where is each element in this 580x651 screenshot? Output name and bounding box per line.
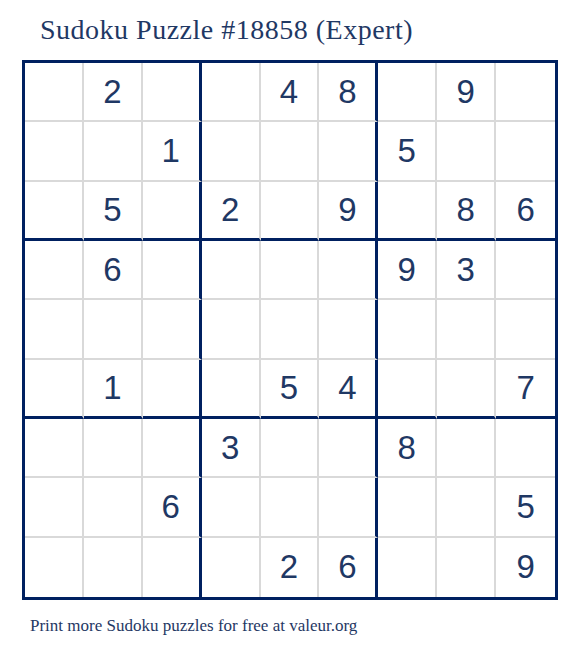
- cell-r2c8[interactable]: [437, 122, 496, 181]
- cell-r4c5[interactable]: [261, 241, 320, 300]
- cell-r4c9[interactable]: [496, 241, 555, 300]
- cell-r5c6[interactable]: [319, 300, 378, 359]
- cell-r6c9[interactable]: 7: [496, 360, 555, 419]
- cell-r5c3[interactable]: [143, 300, 202, 359]
- cell-r4c8[interactable]: 3: [437, 241, 496, 300]
- cell-r7c6[interactable]: [319, 419, 378, 478]
- cell-r5c9[interactable]: [496, 300, 555, 359]
- cell-r6c5[interactable]: 5: [261, 360, 320, 419]
- cell-r1c8[interactable]: 9: [437, 63, 496, 122]
- cell-r6c3[interactable]: [143, 360, 202, 419]
- cell-r7c5[interactable]: [261, 419, 320, 478]
- cell-r7c3[interactable]: [143, 419, 202, 478]
- cell-r8c8[interactable]: [437, 478, 496, 537]
- cell-r3c8[interactable]: 8: [437, 182, 496, 241]
- cell-r1c6[interactable]: 8: [319, 63, 378, 122]
- cell-r2c6[interactable]: [319, 122, 378, 181]
- cell-r5c7[interactable]: [378, 300, 437, 359]
- cell-r8c1[interactable]: [25, 478, 84, 537]
- cell-r3c1[interactable]: [25, 182, 84, 241]
- cell-r6c6[interactable]: 4: [319, 360, 378, 419]
- cell-r6c2[interactable]: 1: [84, 360, 143, 419]
- cell-r2c9[interactable]: [496, 122, 555, 181]
- cell-r1c1[interactable]: [25, 63, 84, 122]
- cell-r7c9[interactable]: [496, 419, 555, 478]
- cell-r9c8[interactable]: [437, 538, 496, 597]
- cell-r6c1[interactable]: [25, 360, 84, 419]
- footer-text: Print more Sudoku puzzles for free at va…: [0, 600, 580, 636]
- cell-r2c7[interactable]: 5: [378, 122, 437, 181]
- cell-r3c2[interactable]: 5: [84, 182, 143, 241]
- cell-r4c6[interactable]: [319, 241, 378, 300]
- cell-r2c5[interactable]: [261, 122, 320, 181]
- cell-r2c3[interactable]: 1: [143, 122, 202, 181]
- cell-r3c7[interactable]: [378, 182, 437, 241]
- cell-r1c5[interactable]: 4: [261, 63, 320, 122]
- cell-r8c3[interactable]: 6: [143, 478, 202, 537]
- cell-r9c3[interactable]: [143, 538, 202, 597]
- cell-r1c7[interactable]: [378, 63, 437, 122]
- cell-r8c2[interactable]: [84, 478, 143, 537]
- page-title: Sudoku Puzzle #18858 (Expert): [0, 0, 580, 46]
- cell-r9c1[interactable]: [25, 538, 84, 597]
- cell-r4c2[interactable]: 6: [84, 241, 143, 300]
- cell-r5c4[interactable]: [202, 300, 261, 359]
- cell-r6c8[interactable]: [437, 360, 496, 419]
- cell-r1c9[interactable]: [496, 63, 555, 122]
- cell-r2c4[interactable]: [202, 122, 261, 181]
- cell-r7c4[interactable]: 3: [202, 419, 261, 478]
- cell-r9c2[interactable]: [84, 538, 143, 597]
- cell-r3c9[interactable]: 6: [496, 182, 555, 241]
- cell-r7c8[interactable]: [437, 419, 496, 478]
- cell-r1c3[interactable]: [143, 63, 202, 122]
- cell-r2c2[interactable]: [84, 122, 143, 181]
- cell-r8c9[interactable]: 5: [496, 478, 555, 537]
- cell-r7c1[interactable]: [25, 419, 84, 478]
- cell-r4c3[interactable]: [143, 241, 202, 300]
- cell-r1c2[interactable]: 2: [84, 63, 143, 122]
- page-root: { "game": "sudoku", "title": "Sudoku Puz…: [0, 0, 580, 651]
- cell-r7c2[interactable]: [84, 419, 143, 478]
- cell-r4c7[interactable]: 9: [378, 241, 437, 300]
- cell-r8c6[interactable]: [319, 478, 378, 537]
- cell-r9c6[interactable]: 6: [319, 538, 378, 597]
- cell-r3c4[interactable]: 2: [202, 182, 261, 241]
- cell-r9c9[interactable]: 9: [496, 538, 555, 597]
- cell-r5c5[interactable]: [261, 300, 320, 359]
- cell-r6c7[interactable]: [378, 360, 437, 419]
- cell-r1c4[interactable]: [202, 63, 261, 122]
- cell-r3c3[interactable]: [143, 182, 202, 241]
- cell-r9c7[interactable]: [378, 538, 437, 597]
- cell-r4c4[interactable]: [202, 241, 261, 300]
- cell-r8c5[interactable]: [261, 478, 320, 537]
- cell-r9c5[interactable]: 2: [261, 538, 320, 597]
- cell-r8c4[interactable]: [202, 478, 261, 537]
- cell-r5c1[interactable]: [25, 300, 84, 359]
- cell-r4c1[interactable]: [25, 241, 84, 300]
- cell-r8c7[interactable]: [378, 478, 437, 537]
- cell-r2c1[interactable]: [25, 122, 84, 181]
- cell-r3c5[interactable]: [261, 182, 320, 241]
- cell-r7c7[interactable]: 8: [378, 419, 437, 478]
- cell-r5c2[interactable]: [84, 300, 143, 359]
- cell-r6c4[interactable]: [202, 360, 261, 419]
- cell-r5c8[interactable]: [437, 300, 496, 359]
- sudoku-grid: 2489155298669315473865269: [22, 60, 558, 600]
- cell-r3c6[interactable]: 9: [319, 182, 378, 241]
- cell-r9c4[interactable]: [202, 538, 261, 597]
